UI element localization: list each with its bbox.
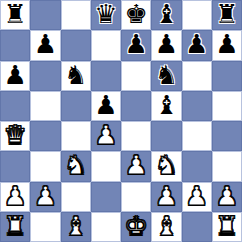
square-g6[interactable] <box>182 61 212 91</box>
square-a7[interactable] <box>0 30 30 60</box>
square-f4[interactable] <box>151 121 181 151</box>
white-pawn-e3[interactable]: ♟ <box>124 152 147 178</box>
white-knight-c3[interactable]: ♞ <box>64 152 87 178</box>
square-b5[interactable] <box>30 91 60 121</box>
square-b8[interactable] <box>30 0 60 30</box>
white-pawn-b2[interactable]: ♟ <box>34 183 57 209</box>
square-b4[interactable] <box>30 121 60 151</box>
white-bishop-c1[interactable]: ♝ <box>64 213 87 239</box>
square-h4[interactable] <box>212 121 242 151</box>
square-c6[interactable]: ♞ <box>61 61 91 91</box>
square-c7[interactable] <box>61 30 91 60</box>
white-knight-f3[interactable]: ♞ <box>155 152 178 178</box>
square-f3[interactable]: ♞ <box>151 151 181 181</box>
white-rook-h1[interactable]: ♜ <box>215 213 238 239</box>
square-c1[interactable]: ♝ <box>61 212 91 242</box>
square-e8[interactable]: ♚ <box>121 0 151 30</box>
square-b3[interactable] <box>30 151 60 181</box>
square-d2[interactable] <box>91 182 121 212</box>
square-f5[interactable]: ♝ <box>151 91 181 121</box>
square-a8[interactable]: ♜ <box>0 0 30 30</box>
square-c3[interactable]: ♞ <box>61 151 91 181</box>
square-g8[interactable] <box>182 0 212 30</box>
square-f2[interactable]: ♟ <box>151 182 181 212</box>
square-g3[interactable] <box>182 151 212 181</box>
white-pawn-g2[interactable]: ♟ <box>185 183 208 209</box>
square-f6[interactable]: ♞ <box>151 61 181 91</box>
square-h2[interactable]: ♟ <box>212 182 242 212</box>
square-d5[interactable]: ♟ <box>91 91 121 121</box>
square-f8[interactable]: ♝ <box>151 0 181 30</box>
square-h7[interactable]: ♟ <box>212 30 242 60</box>
square-h6[interactable] <box>212 61 242 91</box>
square-h3[interactable] <box>212 151 242 181</box>
square-a6[interactable]: ♟ <box>0 61 30 91</box>
black-bishop-f5[interactable]: ♝ <box>155 92 178 118</box>
square-c8[interactable] <box>61 0 91 30</box>
square-b7[interactable]: ♟ <box>30 30 60 60</box>
square-e7[interactable]: ♟ <box>121 30 151 60</box>
square-g2[interactable]: ♟ <box>182 182 212 212</box>
square-e5[interactable] <box>121 91 151 121</box>
black-king-e8[interactable]: ♚ <box>124 1 147 27</box>
square-c2[interactable] <box>61 182 91 212</box>
black-queen-d8[interactable]: ♛ <box>94 1 117 27</box>
square-d4[interactable]: ♟ <box>91 121 121 151</box>
square-d7[interactable] <box>91 30 121 60</box>
square-g4[interactable] <box>182 121 212 151</box>
square-f1[interactable]: ♝ <box>151 212 181 242</box>
black-bishop-f8[interactable]: ♝ <box>155 1 178 27</box>
square-d8[interactable]: ♛ <box>91 0 121 30</box>
black-pawn-g7[interactable]: ♟ <box>185 31 208 57</box>
square-g7[interactable]: ♟ <box>182 30 212 60</box>
square-h8[interactable]: ♜ <box>212 0 242 30</box>
white-pawn-h2[interactable]: ♟ <box>215 183 238 209</box>
white-rook-a1[interactable]: ♜ <box>3 213 26 239</box>
black-pawn-d5[interactable]: ♟ <box>94 92 117 118</box>
black-pawn-f7[interactable]: ♟ <box>155 31 178 57</box>
black-knight-f6[interactable]: ♞ <box>155 62 178 88</box>
square-c4[interactable] <box>61 121 91 151</box>
square-a2[interactable]: ♟ <box>0 182 30 212</box>
square-e6[interactable] <box>121 61 151 91</box>
square-b2[interactable]: ♟ <box>30 182 60 212</box>
square-e3[interactable]: ♟ <box>121 151 151 181</box>
square-a3[interactable] <box>0 151 30 181</box>
black-rook-h8[interactable]: ♜ <box>215 1 238 27</box>
square-e1[interactable]: ♚ <box>121 212 151 242</box>
black-pawn-h7[interactable]: ♟ <box>215 31 238 57</box>
square-a5[interactable] <box>0 91 30 121</box>
black-pawn-b7[interactable]: ♟ <box>34 31 57 57</box>
square-f7[interactable]: ♟ <box>151 30 181 60</box>
white-bishop-f1[interactable]: ♝ <box>155 213 178 239</box>
square-a1[interactable]: ♜ <box>0 212 30 242</box>
square-h5[interactable] <box>212 91 242 121</box>
black-knight-c6[interactable]: ♞ <box>64 62 87 88</box>
square-c5[interactable] <box>61 91 91 121</box>
white-king-e1[interactable]: ♚ <box>124 213 147 239</box>
square-g5[interactable] <box>182 91 212 121</box>
black-rook-a8[interactable]: ♜ <box>3 1 26 27</box>
square-g1[interactable] <box>182 212 212 242</box>
square-b1[interactable] <box>30 212 60 242</box>
white-pawn-d4[interactable]: ♟ <box>94 122 117 148</box>
square-d6[interactable] <box>91 61 121 91</box>
black-pawn-a6[interactable]: ♟ <box>3 62 26 88</box>
white-pawn-f2[interactable]: ♟ <box>155 183 178 209</box>
square-a4[interactable]: ♛ <box>0 121 30 151</box>
black-pawn-e7[interactable]: ♟ <box>124 31 147 57</box>
square-b6[interactable] <box>30 61 60 91</box>
white-queen-a4[interactable]: ♛ <box>3 122 26 148</box>
square-e2[interactable] <box>121 182 151 212</box>
square-d3[interactable] <box>91 151 121 181</box>
white-pawn-a2[interactable]: ♟ <box>3 183 26 209</box>
square-h1[interactable]: ♜ <box>212 212 242 242</box>
square-e4[interactable] <box>121 121 151 151</box>
chess-board: ♜♛♚♝♜♟♟♟♟♟♟♞♞♟♝♛♟♞♟♞♟♟♟♟♟♜♝♚♝♜ <box>0 0 242 242</box>
square-d1[interactable] <box>91 212 121 242</box>
